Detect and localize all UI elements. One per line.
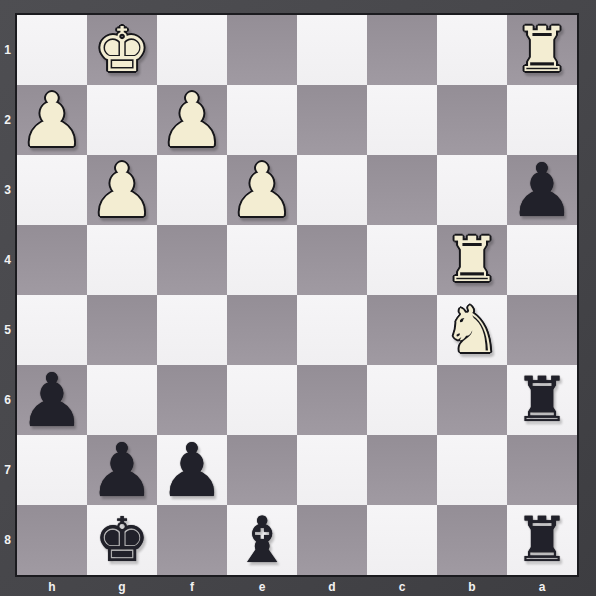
file-label-g: g	[87, 577, 157, 596]
piece-white-king-g1[interactable]: ♚	[94, 19, 150, 81]
square-h7[interactable]	[17, 435, 87, 505]
rank-label-2: 2	[0, 85, 15, 155]
square-c8[interactable]	[367, 505, 437, 575]
square-b1[interactable]	[437, 15, 507, 85]
piece-white-rook-b4[interactable]: ♜	[444, 229, 500, 291]
rank-label-5: 5	[0, 295, 15, 365]
square-f2[interactable]: ♟	[157, 85, 227, 155]
square-e3[interactable]: ♟	[227, 155, 297, 225]
file-label-h: h	[17, 577, 87, 596]
file-label-f: f	[157, 577, 227, 596]
square-a3[interactable]: ♟	[507, 155, 577, 225]
piece-white-pawn-f2[interactable]: ♟	[159, 83, 225, 157]
square-g6[interactable]	[87, 365, 157, 435]
square-a1[interactable]: ♜	[507, 15, 577, 85]
square-f6[interactable]	[157, 365, 227, 435]
piece-white-rook-a1[interactable]: ♜	[514, 19, 570, 81]
square-c6[interactable]	[367, 365, 437, 435]
square-f5[interactable]	[157, 295, 227, 365]
square-c1[interactable]	[367, 15, 437, 85]
chess-board-frame: 12345678 ♚♜♟♟♟♟♟♜♞♟♜♟♟♚♝♜ hgfedcba	[0, 0, 596, 596]
square-h3[interactable]	[17, 155, 87, 225]
square-d5[interactable]	[297, 295, 367, 365]
chess-board: ♚♜♟♟♟♟♟♜♞♟♜♟♟♚♝♜	[15, 13, 579, 577]
square-b5[interactable]: ♞	[437, 295, 507, 365]
square-a7[interactable]	[507, 435, 577, 505]
file-label-a: a	[507, 577, 577, 596]
square-f1[interactable]	[157, 15, 227, 85]
square-c3[interactable]	[367, 155, 437, 225]
piece-white-pawn-h2[interactable]: ♟	[19, 83, 85, 157]
square-g2[interactable]	[87, 85, 157, 155]
file-label-d: d	[297, 577, 367, 596]
square-d3[interactable]	[297, 155, 367, 225]
square-f4[interactable]	[157, 225, 227, 295]
square-a2[interactable]	[507, 85, 577, 155]
square-g7[interactable]: ♟	[87, 435, 157, 505]
square-d7[interactable]	[297, 435, 367, 505]
rank-label-6: 6	[0, 365, 15, 435]
piece-black-rook-a8[interactable]: ♜	[514, 509, 570, 571]
square-a5[interactable]	[507, 295, 577, 365]
piece-black-pawn-a3[interactable]: ♟	[509, 153, 575, 227]
square-d2[interactable]	[297, 85, 367, 155]
piece-white-pawn-g3[interactable]: ♟	[89, 153, 155, 227]
file-label-c: c	[367, 577, 437, 596]
square-g4[interactable]	[87, 225, 157, 295]
square-d1[interactable]	[297, 15, 367, 85]
piece-black-bishop-e8[interactable]: ♝	[233, 508, 290, 572]
square-e1[interactable]	[227, 15, 297, 85]
square-c2[interactable]	[367, 85, 437, 155]
piece-black-pawn-h6[interactable]: ♟	[19, 363, 85, 437]
square-h4[interactable]	[17, 225, 87, 295]
file-labels: hgfedcba	[17, 577, 577, 596]
piece-black-pawn-g7[interactable]: ♟	[89, 433, 155, 507]
file-label-e: e	[227, 577, 297, 596]
piece-white-pawn-e3[interactable]: ♟	[229, 153, 295, 227]
square-b7[interactable]	[437, 435, 507, 505]
file-label-b: b	[437, 577, 507, 596]
square-e8[interactable]: ♝	[227, 505, 297, 575]
square-b4[interactable]: ♜	[437, 225, 507, 295]
square-c5[interactable]	[367, 295, 437, 365]
rank-label-8: 8	[0, 505, 15, 575]
square-g3[interactable]: ♟	[87, 155, 157, 225]
square-d8[interactable]	[297, 505, 367, 575]
square-f8[interactable]	[157, 505, 227, 575]
square-h6[interactable]: ♟	[17, 365, 87, 435]
rank-labels: 12345678	[0, 15, 15, 575]
square-h2[interactable]: ♟	[17, 85, 87, 155]
rank-label-3: 3	[0, 155, 15, 225]
square-h1[interactable]	[17, 15, 87, 85]
square-h8[interactable]	[17, 505, 87, 575]
square-a6[interactable]: ♜	[507, 365, 577, 435]
square-e5[interactable]	[227, 295, 297, 365]
square-a8[interactable]: ♜	[507, 505, 577, 575]
square-b3[interactable]	[437, 155, 507, 225]
square-b2[interactable]	[437, 85, 507, 155]
square-g5[interactable]	[87, 295, 157, 365]
piece-black-pawn-f7[interactable]: ♟	[159, 433, 225, 507]
piece-white-knight-b5[interactable]: ♞	[443, 298, 500, 362]
rank-label-1: 1	[0, 15, 15, 85]
square-g8[interactable]: ♚	[87, 505, 157, 575]
square-h5[interactable]	[17, 295, 87, 365]
square-b6[interactable]	[437, 365, 507, 435]
rank-label-7: 7	[0, 435, 15, 505]
piece-black-king-g8[interactable]: ♚	[94, 509, 150, 571]
square-d4[interactable]	[297, 225, 367, 295]
square-e7[interactable]	[227, 435, 297, 505]
square-e2[interactable]	[227, 85, 297, 155]
square-d6[interactable]	[297, 365, 367, 435]
square-c4[interactable]	[367, 225, 437, 295]
square-e6[interactable]	[227, 365, 297, 435]
square-b8[interactable]	[437, 505, 507, 575]
square-f3[interactable]	[157, 155, 227, 225]
square-g1[interactable]: ♚	[87, 15, 157, 85]
piece-black-rook-a6[interactable]: ♜	[514, 369, 570, 431]
square-f7[interactable]: ♟	[157, 435, 227, 505]
square-a4[interactable]	[507, 225, 577, 295]
square-c7[interactable]	[367, 435, 437, 505]
rank-label-4: 4	[0, 225, 15, 295]
square-e4[interactable]	[227, 225, 297, 295]
